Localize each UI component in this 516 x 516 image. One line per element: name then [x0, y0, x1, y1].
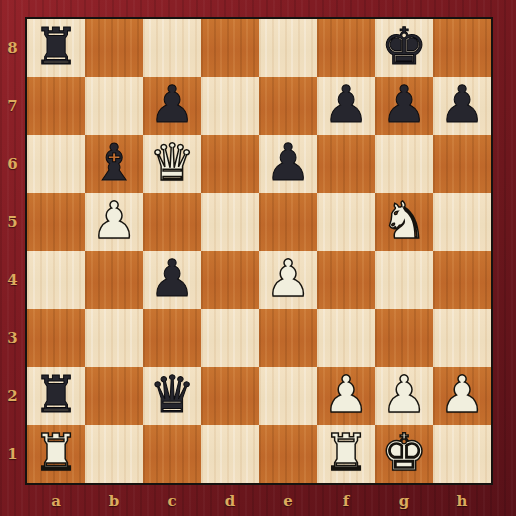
square-g7[interactable]: ♟ — [375, 77, 433, 135]
file-label-b: b — [109, 492, 120, 510]
file-label-g: g — [399, 492, 410, 510]
white-rook-a1: ♜ — [33, 425, 79, 482]
rank-label-5: 5 — [7, 213, 17, 231]
square-h6[interactable] — [433, 135, 491, 193]
square-a2[interactable]: ♜ — [27, 367, 85, 425]
square-c1[interactable] — [143, 425, 201, 483]
square-e8[interactable] — [259, 19, 317, 77]
rank-label-4: 4 — [7, 271, 17, 289]
square-f3[interactable] — [317, 309, 375, 367]
square-e4[interactable]: ♟ — [259, 251, 317, 309]
black-pawn-e6: ♟ — [265, 135, 311, 192]
chess-board: ♜♚♟♟♟♟♝♛♟♟♞♟♟♜♛♟♟♟♜♜♚ — [25, 17, 493, 485]
square-g2[interactable]: ♟ — [375, 367, 433, 425]
square-g3[interactable] — [375, 309, 433, 367]
black-king-g8: ♚ — [381, 19, 427, 76]
square-a1[interactable]: ♜ — [27, 425, 85, 483]
square-c3[interactable] — [143, 309, 201, 367]
square-h3[interactable] — [433, 309, 491, 367]
square-a6[interactable] — [27, 135, 85, 193]
square-h5[interactable] — [433, 193, 491, 251]
square-e5[interactable] — [259, 193, 317, 251]
square-f2[interactable]: ♟ — [317, 367, 375, 425]
square-c6[interactable]: ♛ — [143, 135, 201, 193]
square-c7[interactable]: ♟ — [143, 77, 201, 135]
square-c2[interactable]: ♛ — [143, 367, 201, 425]
file-label-h: h — [457, 492, 468, 510]
square-d4[interactable] — [201, 251, 259, 309]
square-a8[interactable]: ♜ — [27, 19, 85, 77]
square-f8[interactable] — [317, 19, 375, 77]
square-f6[interactable] — [317, 135, 375, 193]
square-d3[interactable] — [201, 309, 259, 367]
square-h8[interactable] — [433, 19, 491, 77]
square-g6[interactable] — [375, 135, 433, 193]
file-label-f: f — [343, 492, 349, 510]
white-pawn-h2: ♟ — [439, 367, 485, 424]
square-h7[interactable]: ♟ — [433, 77, 491, 135]
rank-label-1: 1 — [7, 445, 17, 463]
square-e7[interactable] — [259, 77, 317, 135]
white-rook-f1: ♜ — [323, 425, 369, 482]
black-pawn-h7: ♟ — [439, 77, 485, 134]
rank-label-2: 2 — [7, 387, 17, 405]
square-f7[interactable]: ♟ — [317, 77, 375, 135]
square-e3[interactable] — [259, 309, 317, 367]
square-f1[interactable]: ♜ — [317, 425, 375, 483]
rank-label-3: 3 — [7, 329, 17, 347]
black-pawn-c4: ♟ — [149, 251, 195, 308]
white-pawn-b5: ♟ — [91, 193, 137, 250]
black-pawn-c7: ♟ — [149, 77, 195, 134]
black-pawn-f7: ♟ — [323, 77, 369, 134]
square-b2[interactable] — [85, 367, 143, 425]
square-a4[interactable] — [27, 251, 85, 309]
file-label-d: d — [225, 492, 236, 510]
square-d6[interactable] — [201, 135, 259, 193]
rank-label-6: 6 — [7, 155, 17, 173]
square-h1[interactable] — [433, 425, 491, 483]
square-d5[interactable] — [201, 193, 259, 251]
rank-label-7: 7 — [7, 97, 17, 115]
square-e1[interactable] — [259, 425, 317, 483]
white-queen-c6: ♛ — [149, 135, 195, 192]
file-label-e: e — [283, 492, 293, 510]
white-pawn-g2: ♟ — [381, 367, 427, 424]
square-d2[interactable] — [201, 367, 259, 425]
square-a3[interactable] — [27, 309, 85, 367]
square-b3[interactable] — [85, 309, 143, 367]
square-d1[interactable] — [201, 425, 259, 483]
file-labels: abcdefgh — [27, 485, 491, 516]
square-d8[interactable] — [201, 19, 259, 77]
square-b7[interactable] — [85, 77, 143, 135]
black-pawn-g7: ♟ — [381, 77, 427, 134]
square-h2[interactable]: ♟ — [433, 367, 491, 425]
square-d7[interactable] — [201, 77, 259, 135]
square-b5[interactable]: ♟ — [85, 193, 143, 251]
square-b4[interactable] — [85, 251, 143, 309]
square-a7[interactable] — [27, 77, 85, 135]
rank-label-8: 8 — [7, 39, 17, 57]
square-a5[interactable] — [27, 193, 85, 251]
black-rook-a8: ♜ — [33, 19, 79, 76]
square-g8[interactable]: ♚ — [375, 19, 433, 77]
square-g1[interactable]: ♚ — [375, 425, 433, 483]
white-pawn-f2: ♟ — [323, 367, 369, 424]
square-c5[interactable] — [143, 193, 201, 251]
square-b1[interactable] — [85, 425, 143, 483]
square-g4[interactable] — [375, 251, 433, 309]
square-b6[interactable]: ♝ — [85, 135, 143, 193]
white-pawn-e4: ♟ — [265, 251, 311, 308]
black-bishop-b6: ♝ — [91, 135, 137, 192]
chess-diagram: 87654321 abcdefgh ♜♚♟♟♟♟♝♛♟♟♞♟♟♜♛♟♟♟♜♜♚ — [0, 0, 516, 516]
square-h4[interactable] — [433, 251, 491, 309]
file-label-a: a — [51, 492, 61, 510]
white-king-g1: ♚ — [381, 425, 427, 482]
square-f4[interactable] — [317, 251, 375, 309]
white-knight-g5: ♞ — [381, 193, 427, 250]
file-label-c: c — [167, 492, 176, 510]
black-queen-c2: ♛ — [149, 367, 195, 424]
square-e6[interactable]: ♟ — [259, 135, 317, 193]
square-f5[interactable] — [317, 193, 375, 251]
square-c4[interactable]: ♟ — [143, 251, 201, 309]
square-g5[interactable]: ♞ — [375, 193, 433, 251]
black-rook-a2: ♜ — [33, 367, 79, 424]
square-c8[interactable] — [143, 19, 201, 77]
rank-labels: 87654321 — [0, 19, 25, 483]
square-b8[interactable] — [85, 19, 143, 77]
square-e2[interactable] — [259, 367, 317, 425]
